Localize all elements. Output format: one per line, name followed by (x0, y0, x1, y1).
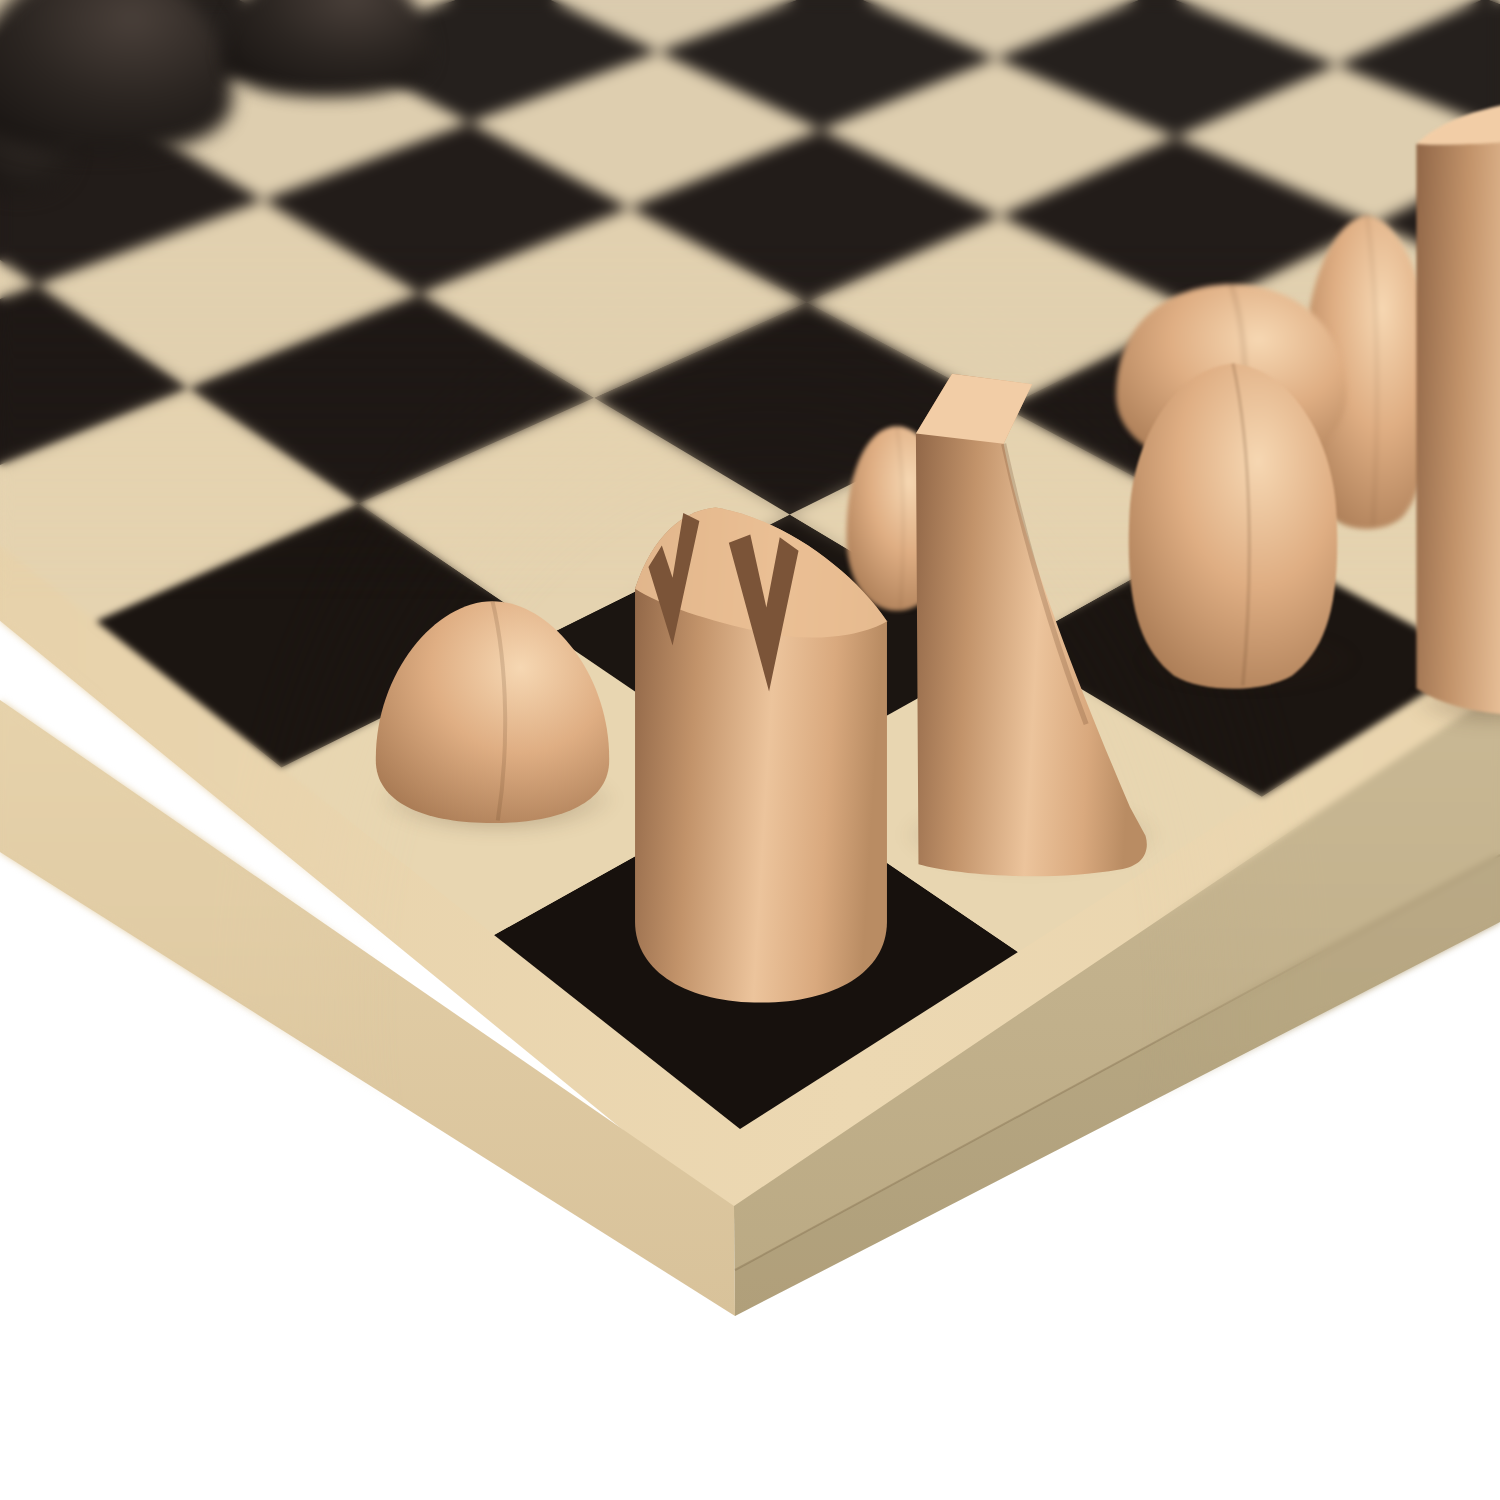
square-d1 (1227, 418, 1500, 660)
shadow-white-pawn-d2 (1130, 420, 1340, 470)
square-a1 (494, 782, 1018, 1129)
square-b5 (37, 200, 420, 388)
square-c7 (0, 0, 325, 116)
shadow-white-bishop-c1 (1135, 630, 1360, 690)
square-d2 (1005, 311, 1421, 526)
square-h3 (1485, 0, 1500, 71)
square-a1 (494, 782, 1018, 1129)
square-e4 (821, 58, 1176, 216)
square-e1 (1420, 320, 1500, 537)
square-d6 (325, 0, 659, 123)
square-c3 (594, 302, 1005, 514)
square-e5 (659, 0, 996, 130)
square-d3 (807, 216, 1199, 408)
square-g4 (1157, 0, 1485, 65)
contact-shadows (0, 0, 1500, 1500)
chess-pieces (0, 0, 1500, 1500)
shadow-white-queen-d1 (1408, 675, 1500, 730)
square-f2 (1374, 144, 1500, 320)
square-e2 (1199, 224, 1500, 418)
square-f3 (1176, 65, 1500, 224)
square-e3 (1000, 137, 1375, 311)
square-f5 (832, 0, 1157, 58)
square-b6 (0, 116, 263, 285)
square-d2 (1005, 311, 1421, 526)
square-c7 (0, 0, 325, 116)
square-a1 (494, 782, 1018, 1129)
square-b1 (768, 647, 1262, 952)
square-c2 (790, 408, 1227, 647)
square-g3 (1337, 0, 1500, 144)
square-d1 (1227, 418, 1500, 660)
square-d2 (1005, 311, 1421, 526)
square-c5 (263, 123, 629, 294)
square-b5 (37, 200, 420, 388)
square-c5 (263, 123, 629, 294)
chessboard-dof-blur (0, 0, 1500, 1500)
square-f3 (1176, 65, 1500, 224)
board-frame-right-face (734, 690, 1500, 1316)
square-b7 (0, 39, 122, 192)
square-a4 (0, 388, 359, 621)
square-f5 (832, 0, 1157, 58)
square-d3 (807, 216, 1199, 408)
board-frame-seam (735, 855, 1500, 1270)
square-e2 (1199, 224, 1500, 418)
square-c6 (122, 45, 470, 200)
piece-black-pawn-d7 (210, 0, 445, 105)
square-c4 (420, 208, 807, 398)
square-c5 (263, 123, 629, 294)
square-b3 (359, 398, 790, 634)
square-f2 (1374, 144, 1500, 320)
square-e2 (1199, 224, 1500, 418)
square-d4 (630, 130, 1000, 303)
square-c1 (1011, 526, 1478, 797)
chessboard-3d (0, 0, 1500, 1500)
board-frame-right-face (734, 690, 1500, 1316)
square-e4 (821, 58, 1176, 216)
piece-black-pawn-c7 (0, 0, 250, 165)
square-e5 (659, 0, 996, 130)
square-b4 (189, 294, 594, 504)
square-a3 (96, 503, 550, 767)
square-d7 (193, 0, 511, 45)
square-f4 (996, 0, 1337, 137)
square-c8 (0, 0, 192, 39)
square-d5 (470, 52, 821, 208)
square-a3 (96, 503, 550, 767)
square-a4 (0, 388, 359, 621)
board-frame-right-face (734, 690, 1500, 1316)
square-g3 (1337, 0, 1500, 144)
square-b5 (37, 200, 420, 388)
board-frame-left-face (0, 700, 735, 1316)
square-e3 (1000, 137, 1375, 311)
square-b4 (189, 294, 594, 504)
square-a2 (282, 634, 769, 935)
square-a5 (0, 285, 189, 493)
board-frame-top (0, 0, 1500, 1220)
square-e1 (1420, 320, 1500, 537)
chess-product-render: 3D product render of a modernist wooden … (0, 0, 1500, 1500)
square-g4 (1157, 0, 1485, 65)
square-d5 (470, 52, 821, 208)
square-d7 (193, 0, 511, 45)
square-a5 (0, 285, 189, 493)
square-b6 (0, 116, 263, 285)
piece-white-bishop-c1 (1110, 356, 1356, 698)
piece-white-pawn-c2 (842, 418, 952, 623)
rook-slot-icon (729, 535, 799, 692)
square-f3 (1176, 65, 1500, 224)
board-frame-seam (735, 855, 1500, 1270)
chessboard-dof-blur-far (0, 0, 1500, 1500)
shadow-white-pawn-c2 (855, 565, 965, 605)
square-e5 (659, 0, 996, 130)
board-frame-right-face-lower (735, 855, 1500, 1316)
square-c2 (790, 408, 1227, 647)
square-h3 (1485, 0, 1500, 71)
square-h3 (1485, 0, 1500, 71)
square-b2 (550, 515, 1010, 782)
piece-white-pawn-a2 (360, 578, 625, 836)
square-b7 (0, 39, 122, 192)
square-c2 (790, 408, 1227, 647)
square-g4 (1157, 0, 1485, 65)
square-b1 (768, 647, 1262, 952)
square-b3 (359, 398, 790, 634)
board-frame-top (0, 0, 1500, 1220)
square-e6 (511, 0, 833, 52)
square-d5 (470, 52, 821, 208)
board-frame-top (0, 0, 1500, 1220)
square-d6 (325, 0, 659, 123)
square-d7 (193, 0, 511, 45)
square-e1 (1420, 320, 1500, 537)
square-f4 (996, 0, 1337, 137)
piece-white-knight-b1 (903, 366, 1161, 885)
square-e6 (511, 0, 833, 52)
square-d1 (1227, 418, 1500, 660)
square-f5 (832, 0, 1157, 58)
board-frame-seam (735, 855, 1500, 1270)
square-c3 (594, 302, 1005, 514)
square-a6 (0, 192, 37, 378)
square-c1 (1011, 526, 1478, 797)
square-e6 (511, 0, 833, 52)
square-c7 (0, 0, 325, 116)
square-a5 (0, 285, 189, 493)
square-b2 (550, 515, 1010, 782)
square-d4 (630, 130, 1000, 303)
square-g3 (1337, 0, 1500, 144)
square-c8 (0, 0, 192, 39)
square-b1 (768, 647, 1262, 952)
board-frame-right-face-lower (735, 855, 1500, 1316)
square-b2 (550, 515, 1010, 782)
square-a2 (282, 634, 769, 935)
square-a4 (0, 388, 359, 621)
piece-white-queen-d1 (1408, 90, 1500, 755)
square-d6 (325, 0, 659, 123)
square-b7 (0, 39, 122, 192)
board-frame-left-face (0, 700, 735, 1316)
square-a3 (96, 503, 550, 767)
board-frame-left-face (0, 700, 735, 1316)
square-d4 (630, 130, 1000, 303)
square-b6 (0, 116, 263, 285)
square-c3 (594, 302, 1005, 514)
shadow-white-knight-b1 (898, 795, 1163, 875)
square-b3 (359, 398, 790, 634)
square-f2 (1374, 144, 1500, 320)
square-c4 (420, 208, 807, 398)
square-c6 (122, 45, 470, 200)
square-d3 (807, 216, 1199, 408)
board-frame-right-face-lower (735, 855, 1500, 1316)
square-a6 (0, 192, 37, 378)
shadow-white-pawn-a2 (375, 762, 620, 837)
square-f4 (996, 0, 1337, 137)
square-a6 (0, 192, 37, 378)
square-c4 (420, 208, 807, 398)
piece-black-pawn-b7 (0, 15, 80, 205)
square-b4 (189, 294, 594, 504)
piece-white-pawn-e2 (1292, 208, 1442, 538)
piece-white-pawn-d2 (1106, 276, 1356, 481)
piece-white-rook-a1 (627, 494, 895, 1008)
square-c8 (0, 0, 192, 39)
square-e4 (821, 58, 1176, 216)
square-e3 (1000, 137, 1375, 311)
rook-slot-icon (648, 513, 699, 646)
square-a2 (282, 634, 769, 935)
square-c1 (1011, 526, 1478, 797)
square-c6 (122, 45, 470, 200)
